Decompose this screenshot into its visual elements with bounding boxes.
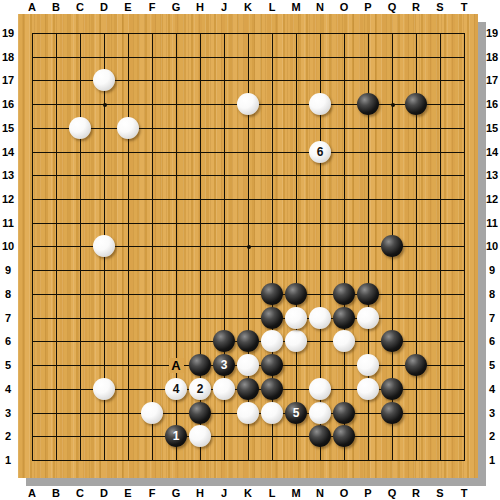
coord-label-bottom: O (340, 487, 349, 499)
black-stone: 5 (285, 402, 307, 424)
star-point (103, 103, 107, 107)
coord-label-right: 4 (489, 383, 495, 395)
coord-label-bottom: Q (388, 487, 397, 499)
coord-label-left: 8 (5, 288, 11, 300)
white-stone: 4 (165, 378, 187, 400)
white-stone (117, 117, 139, 139)
white-stone (285, 307, 307, 329)
coord-label-left: 9 (5, 264, 11, 276)
grid-line-vertical (464, 33, 465, 461)
black-stone (381, 330, 403, 352)
black-stone (381, 402, 403, 424)
black-stone: 3 (213, 354, 235, 376)
coord-label-left: 13 (2, 169, 14, 181)
grid-line-horizontal (32, 436, 465, 437)
coord-label-left: 2 (5, 430, 11, 442)
grid-line-vertical (440, 33, 441, 461)
move-number-label: 1 (173, 430, 180, 442)
white-stone (189, 425, 211, 447)
grid-line-horizontal (32, 294, 465, 295)
coord-label-left: 18 (2, 51, 14, 63)
white-stone: 6 (309, 141, 331, 163)
star-point (391, 103, 395, 107)
coord-label-left: 17 (2, 74, 14, 86)
coord-label-top: C (76, 1, 84, 13)
black-stone (381, 235, 403, 257)
white-stone (357, 307, 379, 329)
grid-line-horizontal (32, 460, 465, 461)
coord-label-top: O (340, 1, 349, 13)
white-stone (261, 402, 283, 424)
white-stone (285, 330, 307, 352)
coord-label-top: R (412, 1, 420, 13)
coord-label-bottom: R (412, 487, 420, 499)
black-stone (261, 307, 283, 329)
coord-label-top: A (28, 1, 36, 13)
coord-label-top: F (149, 1, 156, 13)
black-stone (405, 93, 427, 115)
black-stone (213, 330, 235, 352)
white-stone (357, 378, 379, 400)
coord-label-bottom: H (196, 487, 204, 499)
black-stone (261, 378, 283, 400)
black-stone (405, 354, 427, 376)
move-number-label: 4 (173, 383, 180, 395)
coord-label-right: 1 (489, 454, 495, 466)
black-stone (237, 378, 259, 400)
coord-label-bottom: S (436, 487, 443, 499)
white-stone (69, 117, 91, 139)
coord-label-top: P (364, 1, 371, 13)
coord-label-top: E (124, 1, 131, 13)
move-number-label: 6 (317, 146, 324, 158)
coord-label-right: 12 (486, 193, 498, 205)
go-app-window: 351642A AABBCCDDEEFFGGHHJJKKLLMMNNOOPPQQ… (0, 0, 500, 500)
coord-label-right: 16 (486, 98, 498, 110)
coord-label-bottom: M (291, 487, 300, 499)
coord-label-bottom: F (149, 487, 156, 499)
coord-label-bottom: D (100, 487, 108, 499)
coord-label-top: M (291, 1, 300, 13)
coord-label-left: 10 (2, 240, 14, 252)
coord-label-bottom: G (172, 487, 181, 499)
black-stone (309, 425, 331, 447)
white-stone (309, 93, 331, 115)
white-stone (93, 378, 115, 400)
black-stone: 1 (165, 425, 187, 447)
coord-label-right: 7 (489, 312, 495, 324)
coord-label-left: 12 (2, 193, 14, 205)
coord-label-right: 6 (489, 335, 495, 347)
coord-label-top: T (461, 1, 468, 13)
white-stone (237, 402, 259, 424)
black-stone (357, 283, 379, 305)
coord-label-bottom: P (364, 487, 371, 499)
coord-label-right: 19 (486, 27, 498, 39)
coord-label-left: 4 (5, 383, 11, 395)
black-stone (261, 354, 283, 376)
point-letter-label: A (169, 358, 184, 373)
coord-label-right: 14 (486, 146, 498, 158)
coord-label-bottom: C (76, 487, 84, 499)
white-stone (309, 378, 331, 400)
black-stone (381, 378, 403, 400)
coord-label-left: 5 (5, 359, 11, 371)
coord-label-right: 8 (489, 288, 495, 300)
black-stone (285, 283, 307, 305)
coord-label-top: D (100, 1, 108, 13)
coord-label-top: B (52, 1, 60, 13)
coord-label-bottom: K (244, 487, 252, 499)
go-board[interactable]: 351642A (18, 14, 478, 478)
coord-label-bottom: B (52, 487, 60, 499)
move-number-label: 2 (197, 383, 204, 395)
grid-line-vertical (344, 33, 345, 461)
coord-label-right: 3 (489, 407, 495, 419)
black-stone (333, 307, 355, 329)
white-stone (93, 69, 115, 91)
coord-label-right: 5 (489, 359, 495, 371)
coord-label-left: 11 (2, 217, 14, 229)
coord-label-top: H (196, 1, 204, 13)
coord-label-right: 9 (489, 264, 495, 276)
coord-label-bottom: L (269, 487, 276, 499)
coord-label-bottom: J (221, 487, 227, 499)
coord-label-bottom: A (28, 487, 36, 499)
move-number-label: 5 (293, 407, 300, 419)
coord-label-right: 17 (486, 74, 498, 86)
grid-line-horizontal (32, 318, 465, 319)
white-stone (309, 307, 331, 329)
white-stone (261, 330, 283, 352)
coord-label-top: S (436, 1, 443, 13)
black-stone (189, 354, 211, 376)
grid-line-vertical (296, 33, 297, 461)
coord-label-top: K (244, 1, 252, 13)
coord-label-bottom: T (461, 487, 468, 499)
white-stone (237, 354, 259, 376)
white-stone (141, 402, 163, 424)
coord-label-right: 10 (486, 240, 498, 252)
white-stone (357, 354, 379, 376)
coord-label-right: 15 (486, 122, 498, 134)
grid-line-horizontal (32, 270, 465, 271)
black-stone (357, 93, 379, 115)
coord-label-top: Q (388, 1, 397, 13)
black-stone (333, 402, 355, 424)
coord-label-top: L (269, 1, 276, 13)
black-stone (237, 330, 259, 352)
white-stone (309, 402, 331, 424)
white-stone (237, 93, 259, 115)
black-stone (333, 425, 355, 447)
coord-label-right: 13 (486, 169, 498, 181)
coord-label-left: 14 (2, 146, 14, 158)
black-stone (333, 283, 355, 305)
coord-label-left: 7 (5, 312, 11, 324)
coord-label-left: 19 (2, 27, 14, 39)
coord-label-top: N (316, 1, 324, 13)
coord-label-top: J (221, 1, 227, 13)
coord-label-left: 15 (2, 122, 14, 134)
black-stone (261, 283, 283, 305)
coord-label-right: 18 (486, 51, 498, 63)
coord-label-left: 1 (5, 454, 11, 466)
white-stone (93, 235, 115, 257)
white-stone (213, 378, 235, 400)
coord-label-right: 2 (489, 430, 495, 442)
coord-label-left: 6 (5, 335, 11, 347)
white-stone: 2 (189, 378, 211, 400)
star-point (247, 245, 251, 249)
coord-label-top: G (172, 1, 181, 13)
white-stone (333, 330, 355, 352)
move-number-label: 3 (221, 359, 228, 371)
coord-label-left: 3 (5, 407, 11, 419)
coord-label-bottom: E (124, 487, 131, 499)
coord-label-right: 11 (486, 217, 498, 229)
coord-label-bottom: N (316, 487, 324, 499)
coord-label-left: 16 (2, 98, 14, 110)
black-stone (189, 402, 211, 424)
